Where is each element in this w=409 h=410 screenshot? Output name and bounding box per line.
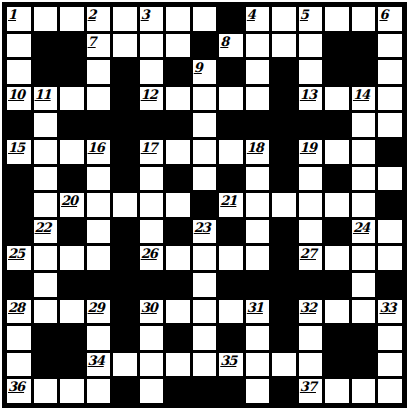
black-cell-r6c6 — [166, 167, 190, 191]
cell-r3c11[interactable]: 13 — [299, 87, 323, 111]
cell-r12c11[interactable] — [299, 326, 323, 350]
cell-r0c2[interactable] — [60, 7, 84, 31]
clue-number: 30 — [141, 300, 157, 315]
black-cell-r4c3 — [87, 113, 111, 137]
cell-r9c7[interactable] — [193, 246, 217, 270]
clue-number: 31 — [247, 300, 263, 315]
clue-number: 1 — [8, 7, 16, 22]
black-cell-r1c2 — [60, 34, 84, 58]
black-cell-r13c1 — [34, 353, 58, 377]
cell-r0c4[interactable] — [113, 7, 137, 31]
black-cell-r3c10 — [272, 87, 296, 111]
black-cell-r8c0 — [7, 220, 31, 244]
cell-r8c13[interactable]: 24 — [352, 220, 376, 244]
black-cell-r2c6 — [166, 60, 190, 84]
cell-r7c11[interactable] — [299, 193, 323, 217]
cell-r3c8[interactable] — [219, 87, 243, 111]
clue-number: 33 — [379, 300, 395, 315]
black-cell-r5c14 — [378, 140, 402, 164]
black-cell-r12c10 — [272, 326, 296, 350]
cell-r1c10[interactable] — [272, 34, 296, 58]
cell-r7c1[interactable] — [34, 193, 58, 217]
cell-r3c2[interactable] — [60, 87, 84, 111]
cell-r1c11[interactable] — [299, 34, 323, 58]
black-cell-r8c10 — [272, 220, 296, 244]
clue-number: 26 — [141, 246, 157, 261]
cell-r4c13[interactable] — [352, 113, 376, 137]
cell-r8c9[interactable] — [246, 220, 270, 244]
cell-r9c1[interactable] — [34, 246, 58, 270]
clue-number: 22 — [35, 220, 51, 235]
cell-r10c13[interactable] — [352, 273, 376, 297]
cell-r2c11[interactable] — [299, 60, 323, 84]
black-cell-r6c12 — [325, 167, 349, 191]
clue-number: 4 — [247, 7, 255, 22]
cell-r1c9[interactable] — [246, 34, 270, 58]
cell-r3c1[interactable]: 11 — [34, 87, 58, 111]
black-cell-r14c4 — [113, 379, 137, 403]
cell-r6c14[interactable] — [378, 167, 402, 191]
cell-r10c1[interactable] — [34, 273, 58, 297]
cell-r8c5[interactable] — [140, 220, 164, 244]
cell-r14c12[interactable] — [325, 379, 349, 403]
black-cell-r13c12 — [325, 353, 349, 377]
cell-r7c8[interactable]: 21 — [219, 193, 243, 217]
cell-r7c10[interactable] — [272, 193, 296, 217]
black-cell-r11c4 — [113, 300, 137, 324]
black-cell-r12c13 — [352, 326, 376, 350]
cell-r0c3[interactable]: 2 — [87, 7, 111, 31]
black-cell-r4c9 — [246, 113, 270, 137]
cell-r2c7[interactable]: 9 — [193, 60, 217, 84]
black-cell-r7c0 — [7, 193, 31, 217]
cell-r0c14[interactable]: 6 — [378, 7, 402, 31]
cell-r9c13[interactable] — [352, 246, 376, 270]
black-cell-r3c4 — [113, 87, 137, 111]
cell-r12c7[interactable] — [193, 326, 217, 350]
cell-r7c13[interactable] — [352, 193, 376, 217]
clue-number: 15 — [8, 140, 24, 155]
clue-number: 11 — [35, 87, 51, 102]
clue-number: 35 — [220, 353, 236, 368]
cell-r5c9[interactable]: 18 — [246, 140, 270, 164]
cell-r13c14[interactable] — [378, 353, 402, 377]
cell-r3c5[interactable]: 12 — [140, 87, 164, 111]
clue-number: 7 — [88, 34, 96, 49]
cell-r14c9[interactable] — [246, 379, 270, 403]
clue-number: 10 — [8, 87, 24, 102]
clue-number: 24 — [353, 220, 369, 235]
crossword-grid: 1234567891011121314151617181920212223242… — [2, 2, 407, 408]
cell-r11c9[interactable]: 31 — [246, 300, 270, 324]
cell-r12c14[interactable] — [378, 326, 402, 350]
cell-r1c8[interactable]: 8 — [219, 34, 243, 58]
cell-r3c12[interactable] — [325, 87, 349, 111]
black-cell-r12c4 — [113, 326, 137, 350]
black-cell-r10c4 — [113, 273, 137, 297]
cell-r9c3[interactable] — [87, 246, 111, 270]
cell-r5c7[interactable] — [193, 140, 217, 164]
clue-number: 3 — [141, 7, 149, 22]
cell-r13c6[interactable] — [166, 353, 190, 377]
black-cell-r4c2 — [60, 113, 84, 137]
black-cell-r14c6 — [166, 379, 190, 403]
cell-r11c8[interactable] — [219, 300, 243, 324]
cell-r12c0[interactable] — [7, 326, 31, 350]
cell-r13c0[interactable] — [7, 353, 31, 377]
cell-r6c1[interactable] — [34, 167, 58, 191]
black-cell-r8c8 — [219, 220, 243, 244]
clue-number: 23 — [194, 220, 210, 235]
clue-number: 19 — [300, 140, 316, 155]
black-cell-r2c2 — [60, 60, 84, 84]
cell-r1c6[interactable] — [166, 34, 190, 58]
cell-r9c6[interactable] — [166, 246, 190, 270]
black-cell-r10c8 — [219, 273, 243, 297]
cell-r2c0[interactable] — [7, 60, 31, 84]
black-cell-r10c10 — [272, 273, 296, 297]
cell-r2c3[interactable] — [87, 60, 111, 84]
black-cell-r6c4 — [113, 167, 137, 191]
cell-r3c7[interactable] — [193, 87, 217, 111]
black-cell-r5c10 — [272, 140, 296, 164]
cell-r12c3[interactable] — [87, 326, 111, 350]
cell-r14c1[interactable] — [34, 379, 58, 403]
clue-number: 16 — [88, 140, 104, 155]
black-cell-r14c8 — [219, 379, 243, 403]
cell-r3c6[interactable] — [166, 87, 190, 111]
black-cell-r1c12 — [325, 34, 349, 58]
clue-number: 18 — [247, 140, 263, 155]
cell-r11c2[interactable] — [60, 300, 84, 324]
black-cell-r5c4 — [113, 140, 137, 164]
cell-r4c7[interactable] — [193, 113, 217, 137]
clue-number: 12 — [141, 87, 157, 102]
clue-number: 25 — [8, 246, 24, 261]
black-cell-r1c1 — [34, 34, 58, 58]
black-cell-r6c0 — [7, 167, 31, 191]
black-cell-r10c3 — [87, 273, 111, 297]
cell-r8c1[interactable]: 22 — [34, 220, 58, 244]
cell-r0c0[interactable]: 1 — [7, 7, 31, 31]
clue-number: 14 — [353, 87, 369, 102]
black-cell-r2c13 — [352, 60, 376, 84]
cell-r14c2[interactable] — [60, 379, 84, 403]
cell-r14c14[interactable] — [378, 379, 402, 403]
cell-r5c13[interactable] — [352, 140, 376, 164]
cell-r13c11[interactable] — [299, 353, 323, 377]
cell-r11c12[interactable] — [325, 300, 349, 324]
cell-r8c7[interactable]: 23 — [193, 220, 217, 244]
cell-r5c2[interactable] — [60, 140, 84, 164]
clue-number: 17 — [141, 140, 157, 155]
cell-r13c4[interactable] — [113, 353, 137, 377]
black-cell-r10c6 — [166, 273, 190, 297]
cell-r9c11[interactable]: 27 — [299, 246, 323, 270]
cell-r7c3[interactable] — [87, 193, 111, 217]
cell-r0c1[interactable] — [34, 7, 58, 31]
cell-r12c5[interactable] — [140, 326, 164, 350]
cell-r3c14[interactable] — [378, 87, 402, 111]
clue-number: 29 — [88, 300, 104, 315]
cell-r5c3[interactable]: 16 — [87, 140, 111, 164]
cell-r11c13[interactable] — [352, 300, 376, 324]
black-cell-r10c9 — [246, 273, 270, 297]
cell-r11c11[interactable]: 32 — [299, 300, 323, 324]
cell-r7c9[interactable] — [246, 193, 270, 217]
cell-r11c5[interactable]: 30 — [140, 300, 164, 324]
cell-r13c5[interactable] — [140, 353, 164, 377]
cell-r13c8[interactable]: 35 — [219, 353, 243, 377]
cell-r11c7[interactable] — [193, 300, 217, 324]
cell-r14c5[interactable] — [140, 379, 164, 403]
black-cell-r10c0 — [7, 273, 31, 297]
cell-r1c5[interactable] — [140, 34, 164, 58]
cell-r3c0[interactable]: 10 — [7, 87, 31, 111]
cell-r9c8[interactable] — [219, 246, 243, 270]
cell-r11c6[interactable] — [166, 300, 190, 324]
cell-r14c11[interactable]: 37 — [299, 379, 323, 403]
cell-r13c7[interactable] — [193, 353, 217, 377]
black-cell-r2c4 — [113, 60, 137, 84]
cell-r5c5[interactable]: 17 — [140, 140, 164, 164]
cell-r6c11[interactable] — [299, 167, 323, 191]
black-cell-r11c10 — [272, 300, 296, 324]
cell-r5c11[interactable]: 19 — [299, 140, 323, 164]
cell-r1c4[interactable] — [113, 34, 137, 58]
cell-r8c14[interactable] — [378, 220, 402, 244]
black-cell-r12c8 — [219, 326, 243, 350]
clue-number: 36 — [8, 379, 24, 394]
cell-r11c14[interactable]: 33 — [378, 300, 402, 324]
black-cell-r12c6 — [166, 326, 190, 350]
cell-r11c3[interactable]: 29 — [87, 300, 111, 324]
cell-r1c14[interactable] — [378, 34, 402, 58]
clue-number: 8 — [220, 34, 228, 49]
cell-r7c12[interactable] — [325, 193, 349, 217]
cell-r4c14[interactable] — [378, 113, 402, 137]
black-cell-r10c12 — [325, 273, 349, 297]
black-cell-r8c4 — [113, 220, 137, 244]
clue-number: 20 — [61, 193, 77, 208]
cell-r11c1[interactable] — [34, 300, 58, 324]
black-cell-r14c7 — [193, 379, 217, 403]
cell-r2c14[interactable] — [378, 60, 402, 84]
cell-r7c6[interactable] — [166, 193, 190, 217]
cell-r3c9[interactable] — [246, 87, 270, 111]
cell-r0c10[interactable] — [272, 7, 296, 31]
cell-r9c2[interactable] — [60, 246, 84, 270]
black-cell-r4c10 — [272, 113, 296, 137]
cell-r6c7[interactable] — [193, 167, 217, 191]
cell-r3c3[interactable] — [87, 87, 111, 111]
black-cell-r4c8 — [219, 113, 243, 137]
black-cell-r1c7 — [193, 34, 217, 58]
black-cell-r8c2 — [60, 220, 84, 244]
cell-r2c9[interactable] — [246, 60, 270, 84]
cell-r6c13[interactable] — [352, 167, 376, 191]
black-cell-r7c14 — [378, 193, 402, 217]
black-cell-r8c12 — [325, 220, 349, 244]
clue-number: 34 — [88, 353, 104, 368]
cell-r0c5[interactable]: 3 — [140, 7, 164, 31]
cell-r7c4[interactable] — [113, 193, 137, 217]
clue-number: 21 — [220, 193, 236, 208]
cell-r9c14[interactable] — [378, 246, 402, 270]
black-cell-r4c12 — [325, 113, 349, 137]
cell-r9c12[interactable] — [325, 246, 349, 270]
black-cell-r10c5 — [140, 273, 164, 297]
black-cell-r12c2 — [60, 326, 84, 350]
clue-number: 32 — [300, 300, 316, 315]
black-cell-r2c12 — [325, 60, 349, 84]
black-cell-r4c4 — [113, 113, 137, 137]
cell-r6c5[interactable] — [140, 167, 164, 191]
cell-r9c9[interactable] — [246, 246, 270, 270]
clue-number: 2 — [88, 7, 96, 22]
black-cell-r6c2 — [60, 167, 84, 191]
black-cell-r1c13 — [352, 34, 376, 58]
cell-r5c6[interactable] — [166, 140, 190, 164]
black-cell-r4c6 — [166, 113, 190, 137]
cell-r12c9[interactable] — [246, 326, 270, 350]
cell-r8c3[interactable] — [87, 220, 111, 244]
cell-r14c13[interactable] — [352, 379, 376, 403]
black-cell-r10c11 — [299, 273, 323, 297]
cell-r13c9[interactable] — [246, 353, 270, 377]
cell-r5c12[interactable] — [325, 140, 349, 164]
cell-r4c1[interactable] — [34, 113, 58, 137]
black-cell-r14c10 — [272, 379, 296, 403]
cell-r7c2[interactable]: 20 — [60, 193, 84, 217]
black-cell-r4c0 — [7, 113, 31, 137]
clue-number: 37 — [300, 379, 316, 394]
clue-number: 6 — [379, 7, 387, 22]
black-cell-r4c11 — [299, 113, 323, 137]
cell-r2c5[interactable] — [140, 60, 164, 84]
cell-r0c13[interactable] — [352, 7, 376, 31]
cell-r0c12[interactable] — [325, 7, 349, 31]
cell-r3c13[interactable]: 14 — [352, 87, 376, 111]
cell-r9c5[interactable]: 26 — [140, 246, 164, 270]
cell-r13c3[interactable]: 34 — [87, 353, 111, 377]
black-cell-r6c10 — [272, 167, 296, 191]
black-cell-r2c10 — [272, 60, 296, 84]
black-cell-r9c10 — [272, 246, 296, 270]
black-cell-r6c8 — [219, 167, 243, 191]
cell-r10c7[interactable] — [193, 273, 217, 297]
cell-r0c11[interactable]: 5 — [299, 7, 323, 31]
black-cell-r0c8 — [219, 7, 243, 31]
cell-r8c11[interactable] — [299, 220, 323, 244]
cell-r1c3[interactable]: 7 — [87, 34, 111, 58]
cell-r6c9[interactable] — [246, 167, 270, 191]
black-cell-r9c4 — [113, 246, 137, 270]
clue-number: 28 — [8, 300, 24, 315]
clue-number: 27 — [300, 246, 316, 261]
cell-r13c10[interactable] — [272, 353, 296, 377]
clue-number: 5 — [300, 7, 308, 22]
cell-r7c5[interactable] — [140, 193, 164, 217]
cell-r9c0[interactable]: 25 — [7, 246, 31, 270]
cell-r0c9[interactable]: 4 — [246, 7, 270, 31]
black-cell-r8c6 — [166, 220, 190, 244]
black-cell-r2c8 — [219, 60, 243, 84]
cell-r5c1[interactable] — [34, 140, 58, 164]
cell-r5c8[interactable] — [219, 140, 243, 164]
cell-r14c3[interactable] — [87, 379, 111, 403]
cell-r6c3[interactable] — [87, 167, 111, 191]
cell-r0c6[interactable] — [166, 7, 190, 31]
cell-r5c0[interactable]: 15 — [7, 140, 31, 164]
black-cell-r10c2 — [60, 273, 84, 297]
black-cell-r12c12 — [325, 326, 349, 350]
cell-r14c0[interactable]: 36 — [7, 379, 31, 403]
black-cell-r10c14 — [378, 273, 402, 297]
black-cell-r2c1 — [34, 60, 58, 84]
cell-r11c0[interactable]: 28 — [7, 300, 31, 324]
black-cell-r4c5 — [140, 113, 164, 137]
cell-r1c0[interactable] — [7, 34, 31, 58]
black-cell-r7c7 — [193, 193, 217, 217]
black-cell-r13c2 — [60, 353, 84, 377]
black-cell-r13c13 — [352, 353, 376, 377]
black-cell-r12c1 — [34, 326, 58, 350]
cell-r0c7[interactable] — [193, 7, 217, 31]
clue-number: 13 — [300, 87, 316, 102]
clue-number: 9 — [194, 60, 202, 75]
